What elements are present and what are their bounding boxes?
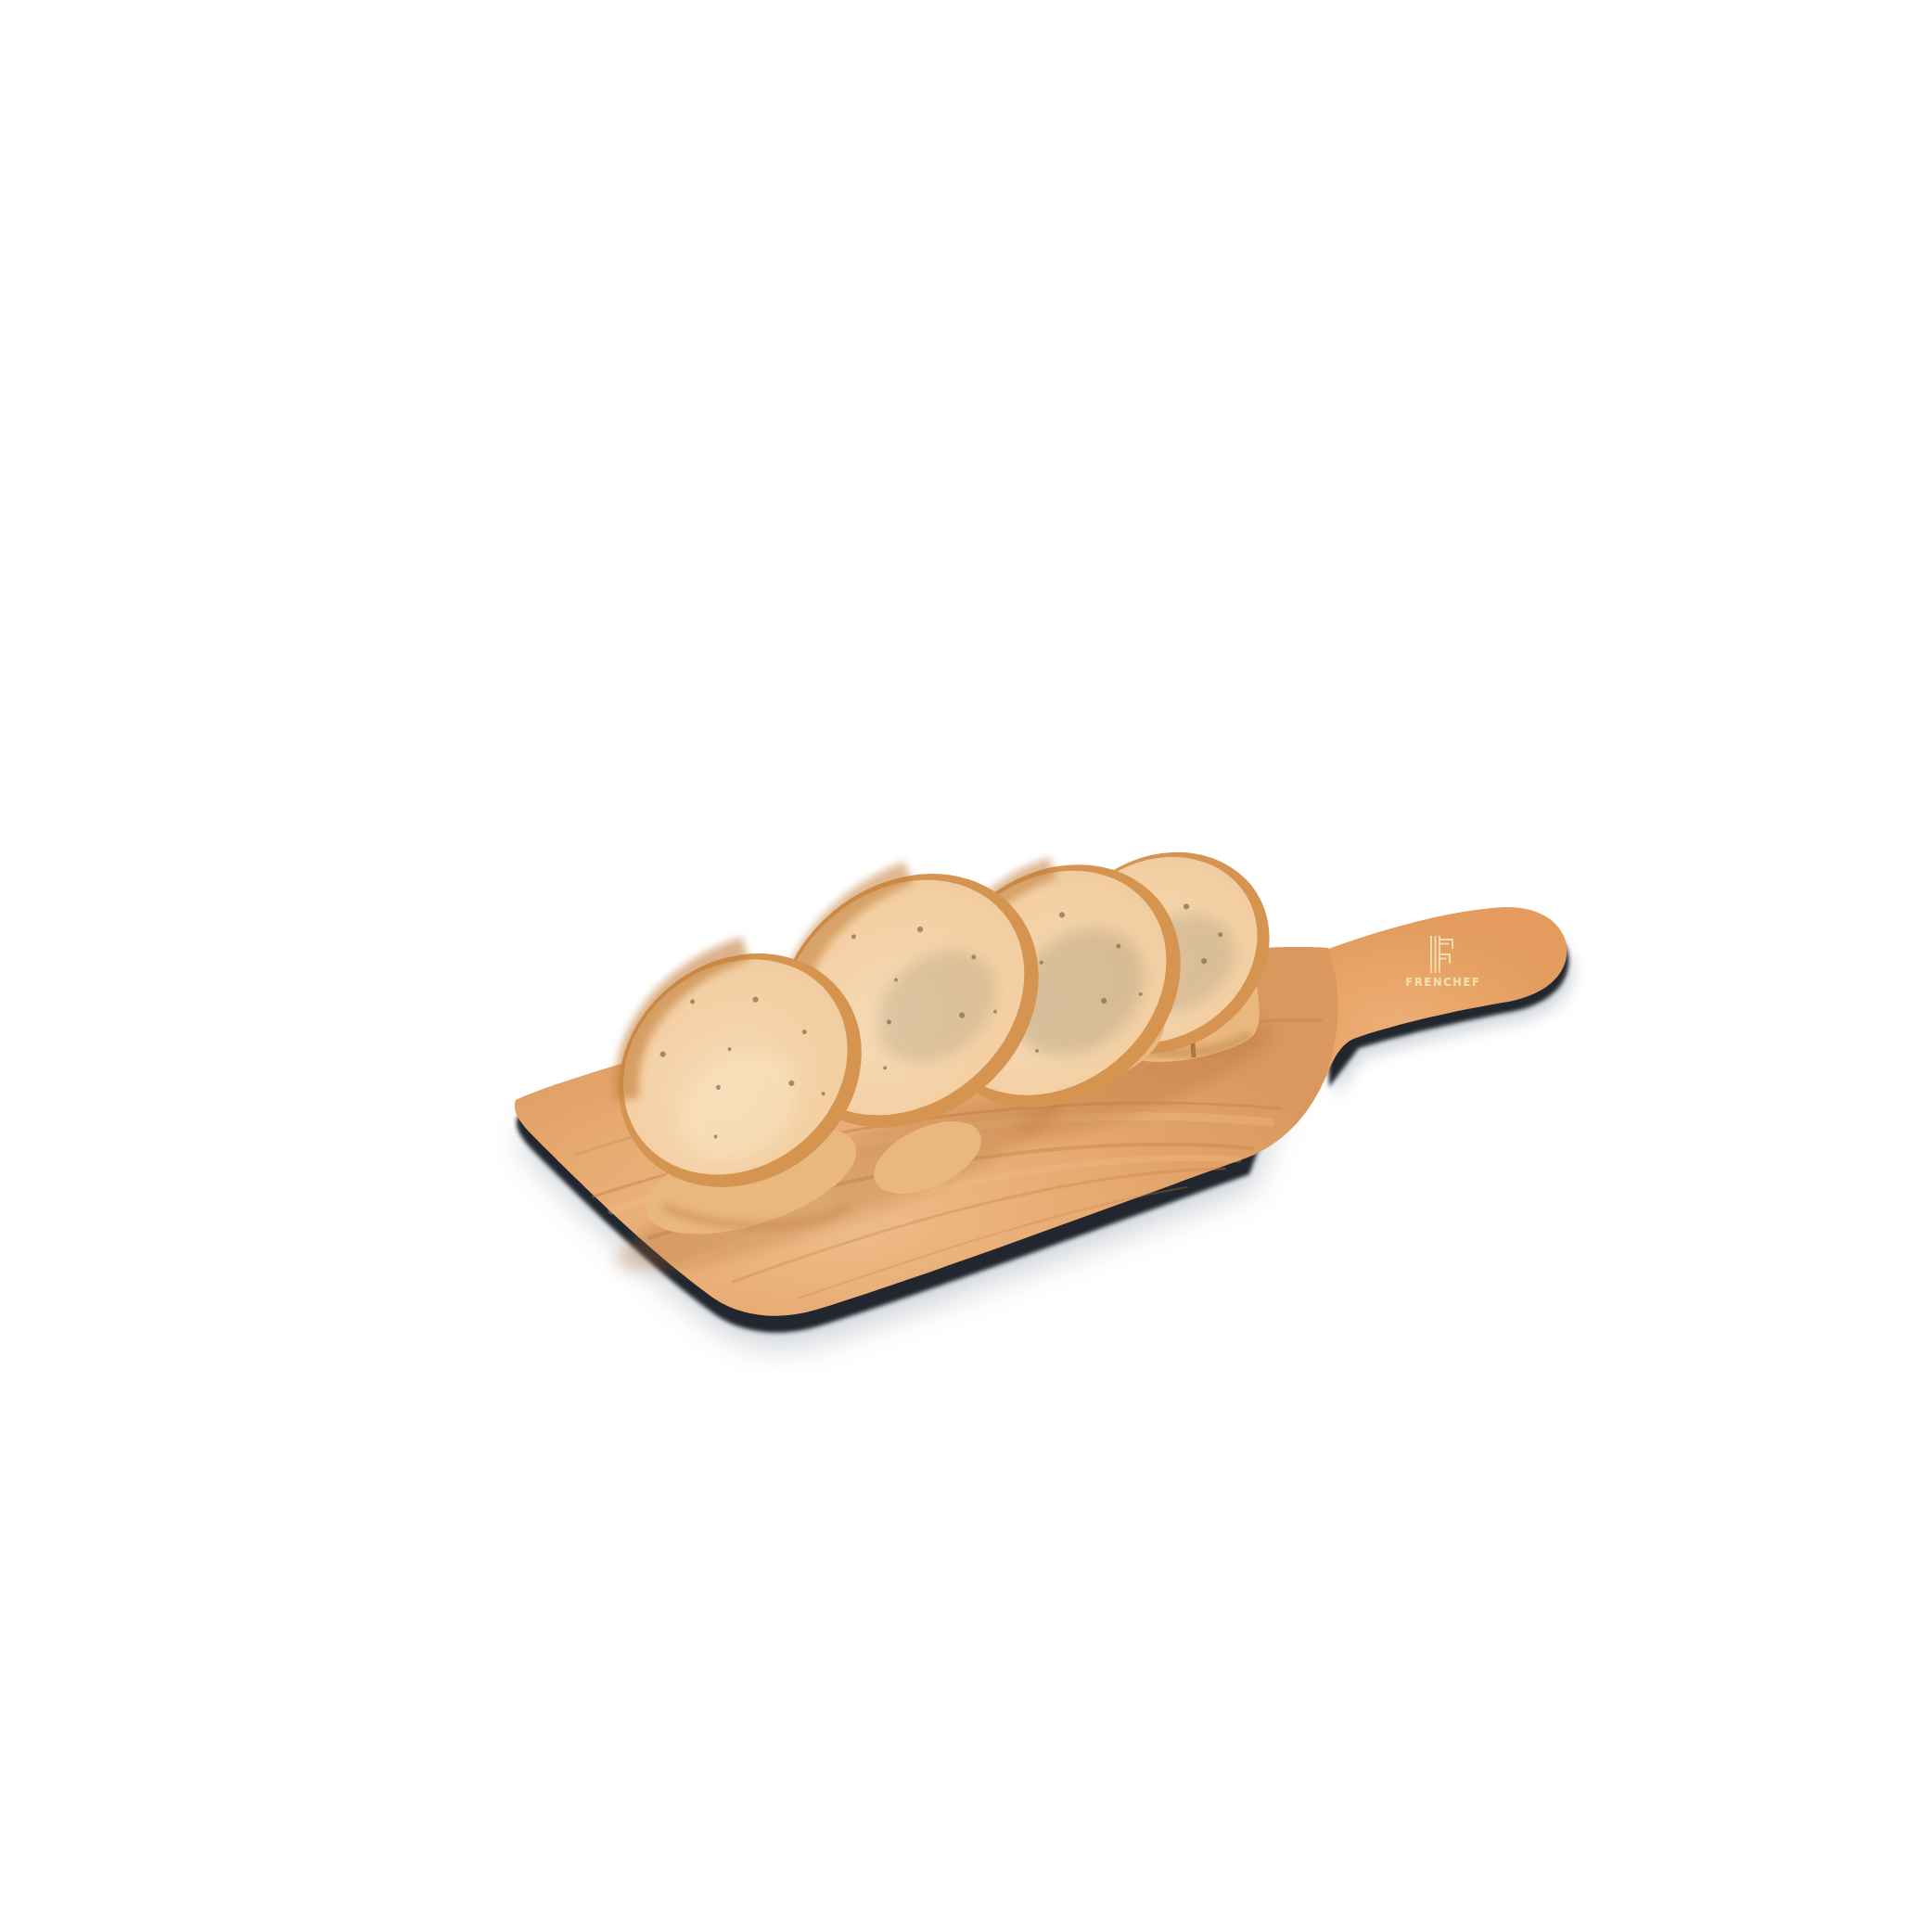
scene-svg: FRENCHEF [0,0,1932,1932]
product-photo: FRENCHEF [0,0,1932,1932]
frenchef-wordmark: FRENCHEF [1406,976,1481,989]
